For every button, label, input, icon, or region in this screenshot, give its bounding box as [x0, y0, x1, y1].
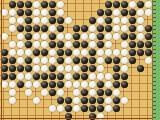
board-point[interactable] [32, 48, 40, 56]
board-point[interactable] [120, 96, 128, 104]
board-point[interactable] [64, 56, 72, 64]
black-stone [25, 41, 32, 48]
board-point[interactable] [88, 16, 96, 24]
black-stone [25, 1, 32, 8]
board-point[interactable] [48, 80, 56, 88]
board-point[interactable] [16, 72, 24, 80]
board-point[interactable] [88, 8, 96, 16]
board-point[interactable] [112, 80, 120, 88]
board-point[interactable] [40, 80, 48, 88]
board-point[interactable] [96, 40, 104, 48]
board-point[interactable] [40, 8, 48, 16]
board-point[interactable] [120, 48, 128, 56]
board-point[interactable] [72, 56, 80, 64]
board-point[interactable] [64, 32, 72, 40]
board-point[interactable] [16, 96, 24, 104]
board-point[interactable] [144, 56, 152, 64]
board-point[interactable] [112, 40, 120, 48]
black-stone [17, 9, 24, 16]
board-point[interactable] [128, 88, 136, 96]
board-point[interactable] [16, 24, 24, 32]
white-stone [73, 65, 80, 72]
white-stone [105, 105, 112, 112]
board-point[interactable] [128, 80, 136, 88]
white-stone [73, 49, 80, 56]
board-point[interactable] [144, 0, 152, 8]
board-point[interactable] [144, 48, 152, 56]
board-point[interactable] [56, 48, 64, 56]
board-point[interactable] [32, 104, 40, 112]
board-point[interactable] [8, 0, 16, 8]
board-point[interactable] [8, 64, 16, 72]
board-point[interactable] [104, 64, 112, 72]
board-point[interactable] [24, 40, 32, 48]
board-point[interactable] [24, 96, 32, 104]
board-point[interactable] [120, 16, 128, 24]
board-point[interactable] [64, 104, 72, 112]
board-point[interactable] [88, 48, 96, 56]
board-point[interactable] [64, 48, 72, 56]
board-point[interactable] [48, 64, 56, 72]
board-point[interactable] [56, 80, 64, 88]
board-point[interactable] [88, 56, 96, 64]
board-point[interactable] [32, 24, 40, 32]
board-point[interactable] [96, 80, 104, 88]
board-point[interactable] [64, 64, 72, 72]
white-stone [121, 57, 128, 64]
board-point[interactable] [96, 72, 104, 80]
board-point[interactable] [136, 24, 144, 32]
board-point[interactable] [128, 24, 136, 32]
board-point[interactable] [64, 24, 72, 32]
board-point[interactable] [136, 72, 144, 80]
board-point[interactable] [40, 32, 48, 40]
board-point[interactable] [64, 16, 72, 24]
board-point[interactable] [136, 40, 144, 48]
board-point[interactable] [8, 72, 16, 80]
board-point[interactable] [144, 16, 152, 24]
black-stone [81, 57, 88, 64]
board-point[interactable] [72, 16, 80, 24]
board-point[interactable] [24, 48, 32, 56]
board-point[interactable] [16, 104, 24, 112]
board-point[interactable] [104, 56, 112, 64]
board-point[interactable] [72, 80, 80, 88]
board-point[interactable] [56, 40, 64, 48]
white-stone [65, 17, 72, 24]
board-point[interactable] [128, 72, 136, 80]
black-stone [41, 81, 48, 88]
board-point[interactable] [8, 40, 16, 48]
board-point[interactable] [136, 0, 144, 8]
board-point[interactable] [32, 72, 40, 80]
board-point[interactable] [16, 16, 24, 24]
board-point[interactable] [48, 24, 56, 32]
board-point[interactable] [136, 16, 144, 24]
board-point[interactable] [104, 24, 112, 32]
board-point[interactable] [72, 24, 80, 32]
black-stone [129, 49, 136, 56]
board-point[interactable] [120, 64, 128, 72]
board-point[interactable] [8, 104, 16, 112]
board-point[interactable] [72, 0, 80, 8]
board-point[interactable] [144, 40, 152, 48]
board-point[interactable] [96, 32, 104, 40]
white-stone [113, 9, 120, 16]
black-stone [129, 25, 136, 32]
board-point[interactable] [72, 64, 80, 72]
black-stone [73, 73, 80, 80]
white-stone [81, 33, 88, 40]
board-point[interactable] [128, 0, 136, 8]
board-point[interactable] [48, 56, 56, 64]
white-stone [9, 49, 16, 56]
black-stone [49, 81, 56, 88]
board-point[interactable] [96, 24, 104, 32]
board-point[interactable] [88, 96, 96, 104]
board-point[interactable] [80, 8, 88, 16]
board-point[interactable] [24, 24, 32, 32]
board-point[interactable] [64, 80, 72, 88]
board-point[interactable] [72, 72, 80, 80]
board-point[interactable] [40, 56, 48, 64]
black-stone [57, 97, 64, 104]
board-point[interactable] [88, 64, 96, 72]
white-stone [57, 65, 64, 72]
board-point[interactable] [24, 72, 32, 80]
board-point[interactable] [128, 48, 136, 56]
board-point[interactable] [88, 24, 96, 32]
board-point[interactable] [24, 8, 32, 16]
white-stone [9, 9, 16, 16]
board-point[interactable] [32, 32, 40, 40]
board-point[interactable] [64, 96, 72, 104]
board-point[interactable] [40, 104, 48, 112]
white-stone [33, 97, 40, 104]
board-point[interactable] [80, 56, 88, 64]
white-stone [145, 9, 152, 16]
board-point[interactable] [128, 8, 136, 16]
board-point[interactable] [136, 104, 144, 112]
board-point[interactable] [136, 80, 144, 88]
board-point[interactable] [24, 104, 32, 112]
board-point[interactable] [88, 88, 96, 96]
board-point[interactable] [120, 40, 128, 48]
board-point[interactable] [48, 0, 56, 8]
board-point[interactable] [56, 16, 64, 24]
board-point[interactable] [96, 48, 104, 56]
board-point[interactable] [64, 0, 72, 8]
board-point[interactable] [8, 88, 16, 96]
board-point[interactable] [48, 88, 56, 96]
board-point[interactable] [32, 56, 40, 64]
board-point[interactable] [48, 104, 56, 112]
board-point[interactable] [24, 64, 32, 72]
black-stone [97, 25, 104, 32]
board-point[interactable] [144, 64, 152, 72]
board-point[interactable] [128, 40, 136, 48]
board-point[interactable] [112, 72, 120, 80]
board-point[interactable] [64, 88, 72, 96]
board-point[interactable] [80, 48, 88, 56]
board-point[interactable] [120, 72, 128, 80]
board-point[interactable] [40, 0, 48, 8]
board-point[interactable] [80, 64, 88, 72]
board-point[interactable] [128, 96, 136, 104]
board-point[interactable] [80, 96, 88, 104]
board-point[interactable] [112, 64, 120, 72]
board-point[interactable] [80, 16, 88, 24]
white-stone [41, 65, 48, 72]
window-edge-strip [153, 0, 160, 120]
board-point[interactable] [96, 64, 104, 72]
board-point[interactable] [96, 104, 104, 112]
board-point[interactable] [128, 64, 136, 72]
board-point[interactable] [144, 96, 152, 104]
board-point[interactable] [112, 0, 120, 8]
board-point[interactable] [40, 16, 48, 24]
board-point[interactable] [104, 32, 112, 40]
board-point[interactable] [112, 24, 120, 32]
board-point[interactable] [8, 80, 16, 88]
board-point[interactable] [104, 72, 112, 80]
board-point[interactable] [136, 88, 144, 96]
board-point[interactable] [56, 24, 64, 32]
board-point[interactable] [144, 8, 152, 16]
board-point[interactable] [120, 104, 128, 112]
board-point[interactable] [88, 40, 96, 48]
board-point[interactable] [72, 8, 80, 16]
board-point[interactable] [8, 56, 16, 64]
black-stone [105, 17, 112, 24]
board-point[interactable] [16, 40, 24, 48]
white-stone [73, 89, 80, 96]
board-point[interactable] [144, 32, 152, 40]
board-point[interactable] [112, 8, 120, 16]
board-point[interactable] [16, 8, 24, 16]
board-point[interactable] [88, 80, 96, 88]
board-point[interactable] [136, 32, 144, 40]
board-point[interactable] [120, 8, 128, 16]
board-point[interactable] [136, 96, 144, 104]
board-point[interactable] [96, 0, 104, 8]
white-stone [137, 17, 144, 24]
board-point[interactable] [24, 32, 32, 40]
board-point[interactable] [32, 0, 40, 8]
board-point[interactable] [112, 16, 120, 24]
board-point[interactable] [104, 96, 112, 104]
board-point[interactable] [144, 104, 152, 112]
board-point[interactable] [80, 40, 88, 48]
white-stone [41, 17, 48, 24]
board-point[interactable] [64, 40, 72, 48]
board-point[interactable] [16, 64, 24, 72]
board-point[interactable] [104, 88, 112, 96]
board-point[interactable] [16, 32, 24, 40]
board-point[interactable] [120, 0, 128, 8]
board-point[interactable] [80, 88, 88, 96]
white-stone [65, 57, 72, 64]
black-stone [81, 65, 88, 72]
board-point[interactable] [24, 16, 32, 24]
board-point[interactable] [96, 8, 104, 16]
board-point[interactable] [24, 56, 32, 64]
board-point[interactable] [120, 24, 128, 32]
board-point[interactable] [112, 48, 120, 56]
board-point[interactable] [72, 96, 80, 104]
board-point[interactable] [136, 48, 144, 56]
black-stone [81, 73, 88, 80]
board-point[interactable] [72, 104, 80, 112]
board-point[interactable] [32, 8, 40, 16]
board-point[interactable] [80, 80, 88, 88]
white-stone [33, 33, 40, 40]
board-point[interactable] [136, 56, 144, 64]
board-point[interactable] [104, 0, 112, 8]
board-point[interactable] [40, 24, 48, 32]
board-point[interactable] [40, 88, 48, 96]
white-stone [81, 49, 88, 56]
board-point[interactable] [88, 32, 96, 40]
board-point[interactable] [72, 32, 80, 40]
board-point[interactable] [80, 0, 88, 8]
board-point[interactable] [24, 88, 32, 96]
board-point[interactable] [8, 8, 16, 16]
board-point[interactable] [40, 40, 48, 48]
black-stone [25, 57, 32, 64]
board-left-edge-line [1, 0, 2, 120]
board-point[interactable] [136, 64, 144, 72]
board-point[interactable] [56, 64, 64, 72]
board-point[interactable] [96, 56, 104, 64]
board-point[interactable] [8, 32, 16, 40]
board-point[interactable] [16, 56, 24, 64]
board-point[interactable] [128, 104, 136, 112]
black-stone [105, 1, 112, 8]
board-point[interactable] [48, 48, 56, 56]
black-stone [17, 1, 24, 8]
black-stone [145, 41, 152, 48]
board-point[interactable] [64, 8, 72, 16]
board-point[interactable] [128, 32, 136, 40]
board-point[interactable] [128, 56, 136, 64]
board-point[interactable] [112, 32, 120, 40]
board-point[interactable] [16, 88, 24, 96]
board-point[interactable] [104, 104, 112, 112]
board-point[interactable] [16, 48, 24, 56]
board-point[interactable] [80, 24, 88, 32]
board-point[interactable] [56, 104, 64, 112]
board-point[interactable] [16, 0, 24, 8]
black-stone [49, 17, 56, 24]
board-point[interactable] [56, 56, 64, 64]
board-point[interactable] [144, 72, 152, 80]
board-point[interactable] [96, 88, 104, 96]
board-point[interactable] [32, 64, 40, 72]
board-point[interactable] [104, 8, 112, 16]
board-point[interactable] [72, 88, 80, 96]
board-point[interactable] [32, 16, 40, 24]
board-point[interactable] [120, 80, 128, 88]
board-point[interactable] [32, 40, 40, 48]
board-point[interactable] [8, 96, 16, 104]
board-point[interactable] [48, 40, 56, 48]
white-stone [57, 105, 64, 112]
board-point[interactable] [104, 16, 112, 24]
board-point[interactable] [88, 104, 96, 112]
board-point[interactable] [136, 8, 144, 16]
black-stone [97, 9, 104, 16]
board-point[interactable] [48, 72, 56, 80]
board-point[interactable] [144, 88, 152, 96]
board-point[interactable] [88, 0, 96, 8]
white-stone [33, 41, 40, 48]
board-point[interactable] [112, 88, 120, 96]
board-point[interactable] [120, 56, 128, 64]
board-point[interactable] [112, 96, 120, 104]
board-point[interactable] [104, 48, 112, 56]
board-point[interactable] [16, 80, 24, 88]
white-stone [41, 41, 48, 48]
board-point[interactable] [48, 96, 56, 104]
board-point[interactable] [56, 8, 64, 16]
board-point[interactable] [56, 0, 64, 8]
board-point[interactable] [72, 48, 80, 56]
board-point[interactable] [120, 88, 128, 96]
board-point[interactable] [64, 72, 72, 80]
board-point[interactable] [88, 72, 96, 80]
board-point[interactable] [56, 72, 64, 80]
board-point[interactable] [40, 72, 48, 80]
board-point[interactable] [72, 40, 80, 48]
board-point[interactable] [8, 24, 16, 32]
black-stone [89, 17, 96, 24]
board-point[interactable] [80, 72, 88, 80]
board-point[interactable] [120, 32, 128, 40]
board-point[interactable] [32, 96, 40, 104]
board-point[interactable] [56, 88, 64, 96]
white-stone [57, 89, 64, 96]
board-point[interactable] [48, 16, 56, 24]
white-stone [113, 89, 120, 96]
board-point[interactable] [24, 0, 32, 8]
board-point[interactable] [104, 40, 112, 48]
board-point[interactable] [24, 80, 32, 88]
board-point[interactable] [40, 96, 48, 104]
board-point[interactable] [8, 16, 16, 24]
board-point[interactable] [144, 80, 152, 88]
board-point[interactable] [112, 104, 120, 112]
board-point[interactable] [40, 48, 48, 56]
board-point[interactable] [104, 80, 112, 88]
board-point[interactable] [96, 16, 104, 24]
board-point[interactable] [112, 56, 120, 64]
board-point[interactable] [56, 96, 64, 104]
board-point[interactable] [144, 24, 152, 32]
board-point[interactable] [80, 32, 88, 40]
board-point[interactable] [8, 48, 16, 56]
board-point[interactable] [56, 32, 64, 40]
board-point[interactable] [80, 104, 88, 112]
black-stone [97, 97, 104, 104]
board-point[interactable] [32, 80, 40, 88]
board-point[interactable] [96, 96, 104, 104]
board-point[interactable] [48, 8, 56, 16]
board-point[interactable] [32, 88, 40, 96]
board-point[interactable] [40, 64, 48, 72]
board-point[interactable] [48, 32, 56, 40]
board-point[interactable] [128, 16, 136, 24]
